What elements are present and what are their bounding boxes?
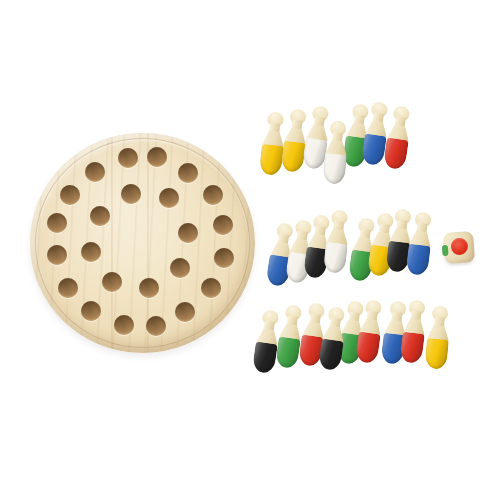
board-hole-12[interactable]	[213, 215, 233, 235]
peg-white-row1-4[interactable]	[320, 120, 351, 186]
dice-red-dot	[450, 237, 468, 255]
dice-green-face-edge	[442, 245, 449, 256]
board-hole-9[interactable]	[47, 213, 67, 233]
peg-color-tip	[318, 338, 344, 371]
peg-color-tip	[322, 153, 347, 185]
product-photo-scene	[0, 0, 500, 500]
board-hole-3[interactable]	[85, 162, 105, 182]
peg-color-tip	[355, 331, 381, 364]
board-hole-5[interactable]	[60, 185, 80, 205]
peg-yellow-row3-9[interactable]	[422, 305, 453, 371]
board-hole-7[interactable]	[159, 188, 179, 208]
game-board	[30, 133, 255, 353]
board-hole-24[interactable]	[146, 316, 166, 336]
board-hole-4[interactable]	[178, 163, 198, 183]
board-hole-14[interactable]	[81, 242, 101, 262]
color-dice[interactable]	[443, 231, 475, 264]
board-hole-10[interactable]	[90, 206, 110, 226]
board-hole-22[interactable]	[175, 302, 195, 322]
board-hole-11[interactable]	[178, 223, 198, 243]
board-hole-1[interactable]	[118, 148, 138, 168]
peg-color-tip	[405, 244, 430, 276]
board-hole-16[interactable]	[214, 248, 234, 268]
board-hole-20[interactable]	[201, 278, 221, 298]
peg-color-tip	[424, 338, 449, 370]
board-hole-6[interactable]	[121, 184, 141, 204]
board-hole-23[interactable]	[114, 315, 134, 335]
peg-color-tip	[383, 137, 409, 170]
board-hole-13[interactable]	[47, 245, 67, 265]
board-hole-15[interactable]	[170, 258, 190, 278]
board-hole-19[interactable]	[139, 278, 159, 298]
board-hole-18[interactable]	[102, 272, 122, 292]
peg-color-tip	[399, 332, 424, 364]
board-hole-8[interactable]	[203, 185, 223, 205]
board-hole-21[interactable]	[81, 301, 101, 321]
board-hole-17[interactable]	[58, 278, 78, 298]
peg-color-tip	[323, 242, 348, 274]
board-hole-2[interactable]	[147, 147, 167, 167]
